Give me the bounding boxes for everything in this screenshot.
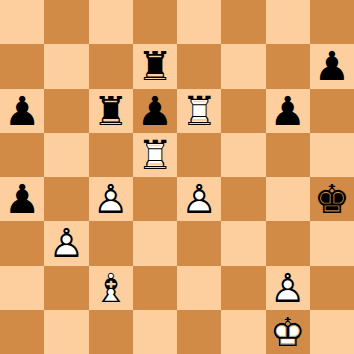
piece-white-pawn[interactable]: ♟♙	[181, 177, 217, 221]
square-b4[interactable]	[44, 177, 88, 221]
piece-white-rook[interactable]: ♜♖	[181, 89, 217, 133]
piece-black-pawn[interactable]: ♟	[4, 89, 40, 133]
square-e1[interactable]	[177, 310, 221, 354]
square-c6[interactable]: ♜	[89, 89, 133, 133]
square-g7[interactable]	[266, 44, 310, 88]
square-c2[interactable]: ♝♗	[89, 266, 133, 310]
square-e6[interactable]: ♜♖	[177, 89, 221, 133]
square-g2[interactable]: ♟♙	[266, 266, 310, 310]
piece-black-pawn[interactable]: ♟	[137, 89, 173, 133]
piece-white-pawn[interactable]: ♟♙	[270, 266, 306, 310]
square-a4[interactable]: ♟	[0, 177, 44, 221]
square-c4[interactable]: ♟♙	[89, 177, 133, 221]
square-f8[interactable]	[221, 0, 265, 44]
square-d7[interactable]: ♜	[133, 44, 177, 88]
square-a1[interactable]	[0, 310, 44, 354]
square-h3[interactable]	[310, 221, 354, 265]
square-g5[interactable]	[266, 133, 310, 177]
square-b7[interactable]	[44, 44, 88, 88]
square-c3[interactable]	[89, 221, 133, 265]
square-d3[interactable]	[133, 221, 177, 265]
square-e2[interactable]	[177, 266, 221, 310]
square-h2[interactable]	[310, 266, 354, 310]
square-a8[interactable]	[0, 0, 44, 44]
piece-black-pawn[interactable]: ♟	[4, 177, 40, 221]
square-d1[interactable]	[133, 310, 177, 354]
square-b1[interactable]	[44, 310, 88, 354]
square-g1[interactable]: ♚♔	[266, 310, 310, 354]
square-f7[interactable]	[221, 44, 265, 88]
square-c1[interactable]	[89, 310, 133, 354]
square-d2[interactable]	[133, 266, 177, 310]
square-e5[interactable]	[177, 133, 221, 177]
piece-black-pawn[interactable]: ♟	[314, 44, 350, 88]
chess-board: ♜♟♟♜♟♜♖♟♜♖♟♟♙♟♙♚♟♙♝♗♟♙♚♔	[0, 0, 354, 354]
piece-black-rook[interactable]: ♜	[137, 44, 173, 88]
square-h1[interactable]	[310, 310, 354, 354]
square-c7[interactable]	[89, 44, 133, 88]
rook-glyph-outline: ♖	[137, 133, 173, 177]
square-a2[interactable]	[0, 266, 44, 310]
square-g4[interactable]	[266, 177, 310, 221]
piece-white-bishop[interactable]: ♝♗	[93, 266, 129, 310]
square-g6[interactable]: ♟	[266, 89, 310, 133]
square-f4[interactable]	[221, 177, 265, 221]
square-h6[interactable]	[310, 89, 354, 133]
square-c5[interactable]	[89, 133, 133, 177]
piece-white-rook[interactable]: ♜♖	[137, 133, 173, 177]
king-glyph-outline: ♔	[270, 310, 306, 354]
square-g3[interactable]	[266, 221, 310, 265]
square-f1[interactable]	[221, 310, 265, 354]
square-a7[interactable]	[0, 44, 44, 88]
square-h7[interactable]: ♟	[310, 44, 354, 88]
square-b2[interactable]	[44, 266, 88, 310]
square-h4[interactable]: ♚	[310, 177, 354, 221]
square-f5[interactable]	[221, 133, 265, 177]
piece-white-pawn[interactable]: ♟♙	[48, 221, 84, 265]
piece-black-king[interactable]: ♚	[314, 177, 350, 221]
square-d5[interactable]: ♜♖	[133, 133, 177, 177]
square-d4[interactable]	[133, 177, 177, 221]
square-a6[interactable]: ♟	[0, 89, 44, 133]
piece-white-pawn[interactable]: ♟♙	[93, 177, 129, 221]
square-b3[interactable]: ♟♙	[44, 221, 88, 265]
square-h5[interactable]	[310, 133, 354, 177]
pawn-glyph-outline: ♙	[93, 177, 129, 221]
square-e4[interactable]: ♟♙	[177, 177, 221, 221]
square-d6[interactable]: ♟	[133, 89, 177, 133]
square-b5[interactable]	[44, 133, 88, 177]
square-h8[interactable]	[310, 0, 354, 44]
square-e8[interactable]	[177, 0, 221, 44]
square-b8[interactable]	[44, 0, 88, 44]
rook-glyph-outline: ♖	[181, 89, 217, 133]
square-a3[interactable]	[0, 221, 44, 265]
pawn-glyph-outline: ♙	[270, 266, 306, 310]
square-e7[interactable]	[177, 44, 221, 88]
square-a5[interactable]	[0, 133, 44, 177]
piece-white-king[interactable]: ♚♔	[270, 310, 306, 354]
square-f2[interactable]	[221, 266, 265, 310]
square-g8[interactable]	[266, 0, 310, 44]
piece-black-rook[interactable]: ♜	[93, 89, 129, 133]
square-d8[interactable]	[133, 0, 177, 44]
square-b6[interactable]	[44, 89, 88, 133]
square-c8[interactable]	[89, 0, 133, 44]
bishop-glyph-outline: ♗	[93, 266, 129, 310]
square-f6[interactable]	[221, 89, 265, 133]
pawn-glyph-outline: ♙	[48, 221, 84, 265]
piece-black-pawn[interactable]: ♟	[270, 89, 306, 133]
square-f3[interactable]	[221, 221, 265, 265]
pawn-glyph-outline: ♙	[181, 177, 217, 221]
square-e3[interactable]	[177, 221, 221, 265]
